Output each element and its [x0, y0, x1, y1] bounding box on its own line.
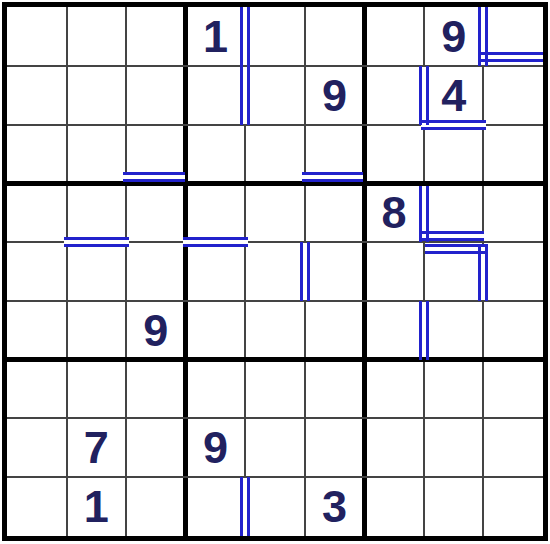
cell-r9c9[interactable] [483, 477, 543, 536]
cell-r1c2[interactable] [67, 7, 127, 66]
cell-r3c4[interactable] [186, 125, 246, 184]
cell-r3c5[interactable] [245, 125, 305, 184]
cell-r4c4[interactable] [186, 183, 246, 242]
cell-r6c8[interactable] [424, 301, 484, 360]
cell-r1c7[interactable] [364, 7, 424, 66]
cell-r4c3[interactable] [126, 183, 186, 242]
cell-r4c8[interactable] [424, 183, 484, 242]
cell-r7c5[interactable] [245, 360, 305, 419]
cell-r7c8[interactable] [424, 360, 484, 419]
cell-r1c3[interactable] [126, 7, 186, 66]
cell-r8c9[interactable] [483, 418, 543, 477]
cell-r2c4[interactable] [186, 66, 246, 125]
cell-r2c9[interactable] [483, 66, 543, 125]
cell-r9c5[interactable] [245, 477, 305, 536]
cell-r5c9[interactable] [483, 242, 543, 301]
cell-r5c2[interactable] [67, 242, 127, 301]
cell-r2c8-given-4[interactable]: 4 [424, 66, 484, 125]
cell-r6c9[interactable] [483, 301, 543, 360]
cell-r8c3[interactable] [126, 418, 186, 477]
cell-r5c1[interactable] [7, 242, 67, 301]
cell-r9c8[interactable] [424, 477, 484, 536]
cell-r7c7[interactable] [364, 360, 424, 419]
cell-r4c6[interactable] [305, 183, 365, 242]
cell-r5c8[interactable] [424, 242, 484, 301]
cell-r8c7[interactable] [364, 418, 424, 477]
cell-r7c3[interactable] [126, 360, 186, 419]
cell-r1c4-given-1[interactable]: 1 [186, 7, 246, 66]
cell-r3c9[interactable] [483, 125, 543, 184]
cell-r8c1[interactable] [7, 418, 67, 477]
cell-r9c3[interactable] [126, 477, 186, 536]
cell-r9c1[interactable] [7, 477, 67, 536]
cell-r6c3-given-9[interactable]: 9 [126, 301, 186, 360]
cell-r4c5[interactable] [245, 183, 305, 242]
cell-r3c6[interactable] [305, 125, 365, 184]
cell-r8c5[interactable] [245, 418, 305, 477]
cell-r6c1[interactable] [7, 301, 67, 360]
cell-r2c5[interactable] [245, 66, 305, 125]
cell-r9c7[interactable] [364, 477, 424, 536]
cell-r7c9[interactable] [483, 360, 543, 419]
cell-r6c5[interactable] [245, 301, 305, 360]
cell-r6c4[interactable] [186, 301, 246, 360]
cell-r7c2[interactable] [67, 360, 127, 419]
cell-grid: 1994897913 [7, 7, 543, 536]
cell-r5c5[interactable] [245, 242, 305, 301]
cell-r5c7[interactable] [364, 242, 424, 301]
cell-r9c4[interactable] [186, 477, 246, 536]
cell-r4c9[interactable] [483, 183, 543, 242]
cell-r1c6[interactable] [305, 7, 365, 66]
cell-r2c1[interactable] [7, 66, 67, 125]
cell-r2c3[interactable] [126, 66, 186, 125]
cell-r8c4-given-9[interactable]: 9 [186, 418, 246, 477]
cell-r3c1[interactable] [7, 125, 67, 184]
cell-r6c2[interactable] [67, 301, 127, 360]
cell-r3c2[interactable] [67, 125, 127, 184]
cell-r1c1[interactable] [7, 7, 67, 66]
cell-r6c6[interactable] [305, 301, 365, 360]
cell-r4c2[interactable] [67, 183, 127, 242]
cell-r3c8[interactable] [424, 125, 484, 184]
cell-r8c6[interactable] [305, 418, 365, 477]
cell-r7c1[interactable] [7, 360, 67, 419]
cell-r2c7[interactable] [364, 66, 424, 125]
cell-r7c6[interactable] [305, 360, 365, 419]
cell-r1c8-given-9[interactable]: 9 [424, 7, 484, 66]
cell-r2c2[interactable] [67, 66, 127, 125]
cell-r3c7[interactable] [364, 125, 424, 184]
cell-r1c9[interactable] [483, 7, 543, 66]
cell-r7c4[interactable] [186, 360, 246, 419]
cell-r1c5[interactable] [245, 7, 305, 66]
cell-r5c4[interactable] [186, 242, 246, 301]
cell-r8c8[interactable] [424, 418, 484, 477]
cell-r5c6[interactable] [305, 242, 365, 301]
cell-r5c3[interactable] [126, 242, 186, 301]
sudoku-board: 1994897913 [2, 2, 548, 541]
cell-r9c2-given-1[interactable]: 1 [67, 477, 127, 536]
cell-r3c3[interactable] [126, 125, 186, 184]
cell-r4c7-given-8[interactable]: 8 [364, 183, 424, 242]
cell-r6c7[interactable] [364, 301, 424, 360]
cell-r9c6-given-3[interactable]: 3 [305, 477, 365, 536]
cell-r8c2-given-7[interactable]: 7 [67, 418, 127, 477]
cell-r4c1[interactable] [7, 183, 67, 242]
cell-r2c6-given-9[interactable]: 9 [305, 66, 365, 125]
